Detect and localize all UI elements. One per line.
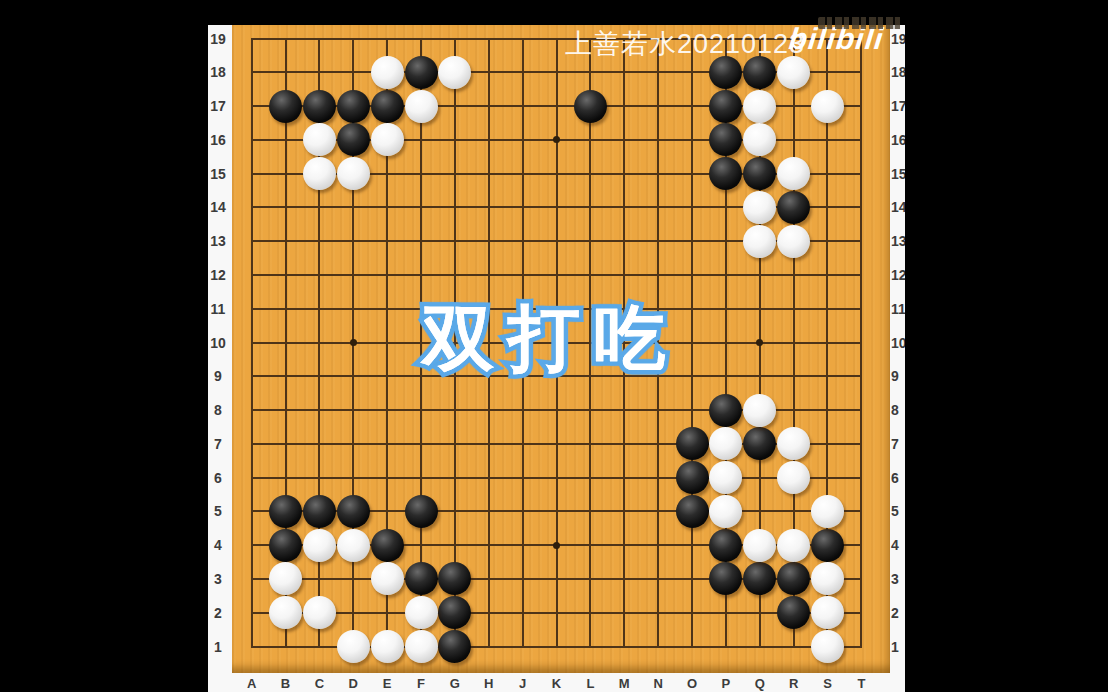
white-stone-R4 — [777, 529, 810, 562]
white-stone-E16 — [371, 123, 404, 156]
video-frame[interactable]: 19181716151413121110987654321 1918171615… — [208, 0, 905, 692]
white-stone-S3 — [811, 562, 844, 595]
white-stone-D15 — [337, 157, 370, 190]
black-stone-O6 — [676, 461, 709, 494]
row-label-right-1: 1 — [891, 638, 905, 656]
white-stone-S2 — [811, 596, 844, 629]
white-stone-C15 — [303, 157, 336, 190]
star-point — [756, 339, 763, 346]
black-stone-P3 — [709, 562, 742, 595]
white-stone-D4 — [337, 529, 370, 562]
white-stone-Q4 — [743, 529, 776, 562]
column-label-A: A — [247, 676, 256, 691]
lesson-title-overlay: 双打吃 双打吃 — [422, 296, 680, 380]
black-stone-Q3 — [743, 562, 776, 595]
white-stone-Q8 — [743, 394, 776, 427]
black-stone-G1 — [438, 630, 471, 663]
row-label-left-17: 17 — [209, 97, 227, 115]
black-stone-E4 — [371, 529, 404, 562]
row-label-left-9: 9 — [209, 367, 227, 385]
row-label-left-10: 10 — [209, 334, 227, 352]
column-label-C: C — [315, 676, 324, 691]
white-stone-R13 — [777, 225, 810, 258]
white-stone-Q14 — [743, 191, 776, 224]
row-label-left-2: 2 — [209, 604, 227, 622]
white-stone-R6 — [777, 461, 810, 494]
column-label-P: P — [722, 676, 731, 691]
white-stone-S5 — [811, 495, 844, 528]
black-stone-F18 — [405, 56, 438, 89]
column-label-T: T — [857, 676, 865, 691]
star-point — [553, 542, 560, 549]
row-label-left-13: 13 — [209, 232, 227, 250]
grid-vertical-line — [691, 38, 693, 648]
white-stone-Q16 — [743, 123, 776, 156]
black-stone-P4 — [709, 529, 742, 562]
row-label-right-10: 10 — [891, 334, 905, 352]
column-label-H: H — [484, 676, 493, 691]
row-label-left-8: 8 — [209, 401, 227, 419]
row-label-left-6: 6 — [209, 469, 227, 487]
grid-horizontal-line — [251, 477, 863, 479]
white-stone-S17 — [811, 90, 844, 123]
white-stone-B2 — [269, 596, 302, 629]
white-stone-P7 — [709, 427, 742, 460]
column-label-D: D — [349, 676, 358, 691]
black-stone-F5 — [405, 495, 438, 528]
white-stone-Q13 — [743, 225, 776, 258]
column-label-B: B — [281, 676, 290, 691]
row-label-left-1: 1 — [209, 638, 227, 656]
white-stone-P5 — [709, 495, 742, 528]
white-stone-C2 — [303, 596, 336, 629]
row-label-left-7: 7 — [209, 435, 227, 453]
black-stone-P15 — [709, 157, 742, 190]
row-label-left-18: 18 — [209, 63, 227, 81]
black-stone-O5 — [676, 495, 709, 528]
white-stone-P6 — [709, 461, 742, 494]
row-label-right-17: 17 — [891, 97, 905, 115]
white-stone-G18 — [438, 56, 471, 89]
page-background: 19181716151413121110987654321 1918171615… — [0, 0, 1108, 692]
black-stone-D5 — [337, 495, 370, 528]
black-stone-G2 — [438, 596, 471, 629]
grid-vertical-line — [860, 38, 862, 648]
row-label-left-16: 16 — [209, 131, 227, 149]
row-label-right-13: 13 — [891, 232, 905, 250]
white-stone-F17 — [405, 90, 438, 123]
row-label-right-12: 12 — [891, 266, 905, 284]
white-stone-E18 — [371, 56, 404, 89]
white-stone-D1 — [337, 630, 370, 663]
column-label-J: J — [519, 676, 526, 691]
row-labels-right-strip: 19181716151413121110987654321 — [890, 25, 905, 692]
row-label-left-19: 19 — [209, 30, 227, 48]
row-label-left-4: 4 — [209, 536, 227, 554]
column-label-K: K — [552, 676, 561, 691]
black-stone-B17 — [269, 90, 302, 123]
black-stone-C17 — [303, 90, 336, 123]
row-label-right-4: 4 — [891, 536, 905, 554]
column-label-L: L — [586, 676, 594, 691]
black-stone-F3 — [405, 562, 438, 595]
row-label-left-11: 11 — [209, 300, 227, 318]
black-stone-S4 — [811, 529, 844, 562]
row-label-left-3: 3 — [209, 570, 227, 588]
row-label-left-5: 5 — [209, 502, 227, 520]
black-stone-R3 — [777, 562, 810, 595]
row-label-right-3: 3 — [891, 570, 905, 588]
star-point — [553, 136, 560, 143]
column-label-S: S — [823, 676, 832, 691]
black-stone-G3 — [438, 562, 471, 595]
row-label-right-18: 18 — [891, 63, 905, 81]
row-label-right-19: 19 — [891, 30, 905, 48]
column-label-M: M — [619, 676, 630, 691]
white-stone-C16 — [303, 123, 336, 156]
white-stone-E1 — [371, 630, 404, 663]
row-label-left-15: 15 — [209, 165, 227, 183]
black-stone-C5 — [303, 495, 336, 528]
white-stone-E3 — [371, 562, 404, 595]
black-stone-P16 — [709, 123, 742, 156]
row-label-left-14: 14 — [209, 198, 227, 216]
black-stone-P17 — [709, 90, 742, 123]
column-labels-strip: ABCDEFGHJKLMNOPQRST — [208, 673, 905, 692]
row-label-right-5: 5 — [891, 502, 905, 520]
row-label-right-11: 11 — [891, 300, 905, 318]
black-stone-Q15 — [743, 157, 776, 190]
black-stone-O7 — [676, 427, 709, 460]
white-stone-R15 — [777, 157, 810, 190]
black-stone-D16 — [337, 123, 370, 156]
row-label-left-12: 12 — [209, 266, 227, 284]
row-label-right-14: 14 — [891, 198, 905, 216]
black-stone-P8 — [709, 394, 742, 427]
column-label-O: O — [687, 676, 697, 691]
row-label-right-16: 16 — [891, 131, 905, 149]
row-label-right-6: 6 — [891, 469, 905, 487]
lesson-title-text: 双打吃 — [422, 298, 680, 378]
black-stone-D17 — [337, 90, 370, 123]
white-stone-R7 — [777, 427, 810, 460]
white-stone-S1 — [811, 630, 844, 663]
black-stone-E17 — [371, 90, 404, 123]
white-stone-C4 — [303, 529, 336, 562]
star-point — [350, 339, 357, 346]
black-stone-B5 — [269, 495, 302, 528]
column-label-G: G — [450, 676, 460, 691]
grid-horizontal-line — [251, 612, 863, 614]
column-label-E: E — [383, 676, 392, 691]
black-stone-L17 — [574, 90, 607, 123]
clipped-danmaku-text — [818, 17, 902, 29]
black-stone-R2 — [777, 596, 810, 629]
white-stone-F1 — [405, 630, 438, 663]
row-label-right-7: 7 — [891, 435, 905, 453]
row-label-right-9: 9 — [891, 367, 905, 385]
column-label-F: F — [417, 676, 425, 691]
black-stone-B4 — [269, 529, 302, 562]
row-label-right-15: 15 — [891, 165, 905, 183]
white-stone-F2 — [405, 596, 438, 629]
black-stone-Q7 — [743, 427, 776, 460]
white-stone-Q17 — [743, 90, 776, 123]
row-label-right-8: 8 — [891, 401, 905, 419]
column-label-N: N — [653, 676, 662, 691]
white-stone-B3 — [269, 562, 302, 595]
black-stone-R14 — [777, 191, 810, 224]
column-label-R: R — [789, 676, 798, 691]
watermark-text: 上善若水20210123 — [565, 26, 805, 62]
column-label-Q: Q — [755, 676, 765, 691]
row-label-right-2: 2 — [891, 604, 905, 622]
row-labels-left-strip: 19181716151413121110987654321 — [208, 25, 232, 692]
